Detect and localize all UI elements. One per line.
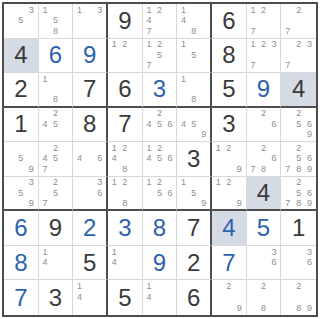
given-digit: 8 [212,39,246,73]
pencil-mark-1 [248,281,259,292]
pencil-mark-7 [178,198,188,208]
cell-r8c5[interactable]: 9 [143,246,178,281]
pencil-mark-6 [95,16,105,27]
pencil-marks: 14 [109,247,141,279]
cell-r4c5[interactable]: 2456 [143,108,178,143]
pencil-mark-6: 6 [95,154,105,165]
pencil-marks: 256789 [282,178,315,209]
pencil-mark-5: 5 [50,16,61,27]
cell-r2c8[interactable]: 1237 [247,39,282,74]
pencil-mark-9 [130,268,141,279]
pencil-mark-3 [165,5,176,16]
cell-r3c7[interactable]: 5 [212,73,247,108]
pencil-mark-6 [165,16,176,27]
pencil-mark-4 [248,292,259,303]
pencil-mark-5: 5 [16,154,27,165]
given-digit: 1 [281,211,316,245]
pencil-mark-3 [61,109,72,120]
pencil-mark-3 [199,109,209,120]
cell-r3c8[interactable]: 9 [247,73,282,108]
pencil-mark-5 [258,50,269,61]
pencil-mark-8: 8 [293,303,304,314]
pencil-mark-3 [61,143,72,154]
pencil-mark-3: 3 [95,178,105,188]
cell-r8c3[interactable]: 5 [73,246,108,281]
pencil-mark-1: 1 [109,247,120,258]
pencil-mark-6 [165,292,176,303]
pencil-mark-9 [130,164,141,175]
pencil-mark-7 [248,303,259,314]
cell-r1c6[interactable]: 148 [177,4,212,39]
cell-r4c9[interactable]: 2569 [281,108,316,143]
pencil-mark-4: 4 [109,257,120,268]
cell-r3c3[interactable]: 7 [73,73,108,108]
pencil-mark-7 [109,198,120,208]
pencil-mark-3: 3 [269,247,280,258]
pencil-mark-2: 2 [258,143,269,154]
given-digit: 7 [108,108,142,142]
cell-r8c9[interactable]: 36 [281,246,316,281]
pencil-mark-8: 8 [293,198,304,208]
pencil-mark-8 [50,268,61,279]
cell-r3c9[interactable]: 4 [281,73,316,108]
cell-r5c8[interactable]: 2678 [247,142,282,177]
pencil-mark-6: 6 [304,188,315,198]
cell-r8c2[interactable]: 14 [39,246,74,281]
pencil-mark-2 [189,74,199,84]
cell-r4c7[interactable]: 3 [212,108,247,143]
pencil-mark-9 [269,268,280,279]
cell-r9c2[interactable]: 3 [39,280,74,315]
pencil-mark-6: 6 [269,119,280,130]
pencil-mark-4: 4 [74,292,84,303]
pencil-mark-9 [269,164,280,175]
pencil-mark-7: 7 [282,164,293,175]
pencil-mark-1 [282,109,293,120]
cell-r5c5[interactable]: 12456 [143,142,178,177]
cell-r5c2[interactable]: 2457 [39,142,74,177]
pencil-mark-8 [120,61,131,72]
pencil-mark-9: 9 [26,164,37,175]
pencil-mark-4: 4 [40,119,51,130]
pencil-mark-3 [130,247,141,258]
solved-digit: 8 [4,246,38,280]
cell-r2c3[interactable]: 9 [73,39,108,74]
pencil-mark-6: 6 [269,154,280,165]
pencil-mark-8 [85,198,95,208]
pencil-mark-8 [50,130,61,141]
pencil-mark-4: 4 [178,119,188,130]
pencil-mark-4 [40,16,51,27]
pencil-mark-8 [85,303,95,314]
cell-r5c9[interactable]: 256789 [281,142,316,177]
pencil-mark-8 [224,164,235,175]
pencil-mark-1 [282,40,293,51]
pencil-mark-6: 6 [165,154,176,165]
pencil-mark-1: 1 [109,143,120,154]
pencil-mark-7 [282,303,293,314]
pencil-mark-5 [258,16,269,27]
pencil-mark-3: 3 [269,40,280,51]
cell-r1c2[interactable]: 158 [39,4,74,39]
pencil-mark-7 [282,130,293,141]
pencil-marks: 1247 [144,5,176,37]
cell-r5c3[interactable]: 46 [73,142,108,177]
cell-r9c7[interactable]: 29 [212,280,247,315]
cell-r6c2[interactable]: 257 [39,177,74,212]
given-digit: 4 [281,73,316,106]
pencil-mark-5 [258,257,269,268]
pencil-mark-6 [26,154,37,165]
pencil-mark-7: 7 [282,26,293,37]
pencil-mark-1: 1 [248,40,259,51]
pencil-mark-4 [144,188,155,198]
pencil-mark-6 [304,50,315,61]
pencil-mark-9 [304,61,315,72]
pencil-marks: 36 [248,247,280,279]
cell-r7c2[interactable]: 9 [39,211,74,246]
cell-r7c4[interactable]: 3 [108,211,143,246]
pencil-mark-3 [304,281,315,292]
cell-r2c5[interactable]: 1257 [143,39,178,74]
pencil-mark-2 [189,5,199,16]
pencil-mark-3 [165,281,176,292]
pencil-marks: 2456 [144,109,176,141]
cell-r4c6[interactable]: 459 [177,108,212,143]
pencil-mark-1 [74,143,84,154]
pencil-mark-9 [61,164,72,175]
pencil-marks: 36 [74,178,105,209]
cell-r2c7[interactable]: 8 [212,39,247,74]
pencil-mark-5: 5 [189,119,199,130]
pencil-mark-8 [258,26,269,37]
pencil-mark-7 [178,61,188,72]
pencil-mark-5: 5 [50,154,61,165]
pencil-mark-4 [248,119,259,130]
pencil-mark-1 [248,247,259,258]
cell-r8c8[interactable]: 36 [247,246,282,281]
pencil-mark-8 [154,26,165,37]
pencil-mark-2 [85,5,95,16]
pencil-mark-6: 6 [165,119,176,130]
cell-r3c2[interactable]: 18 [39,73,74,108]
pencil-mark-4 [5,154,16,165]
cell-r7c6[interactable]: 7 [177,211,212,246]
pencil-mark-3 [199,5,209,16]
cell-r1c8[interactable]: 127 [247,4,282,39]
pencil-mark-4 [213,154,224,165]
sudoku-board: 3515813912471486127274691212571581237237… [2,2,318,317]
cell-r9c3[interactable]: 14 [73,280,108,315]
pencil-mark-9 [61,198,72,208]
pencil-mark-9: 9 [199,198,209,208]
pencil-mark-5 [154,16,165,27]
pencil-mark-1: 1 [248,5,259,16]
pencil-mark-7 [144,198,155,208]
pencil-mark-5: 5 [16,16,27,27]
cell-r6c8[interactable]: 4 [247,177,282,212]
cell-r2c9[interactable]: 237 [281,39,316,74]
cell-r1c3[interactable]: 13 [73,4,108,39]
pencil-mark-2: 2 [154,109,165,120]
pencil-mark-3 [304,5,315,16]
solved-digit: 2 [73,211,106,245]
pencil-mark-9 [269,26,280,37]
cell-r3c6[interactable]: 18 [177,73,212,108]
pencil-mark-2 [120,247,131,258]
cell-r2c6[interactable]: 15 [177,39,212,74]
pencil-mark-4: 4 [144,154,155,165]
cell-r6c5[interactable]: 1256 [143,177,178,212]
pencil-mark-7 [144,164,155,175]
cell-r3c5[interactable]: 3 [143,73,178,108]
cell-r2c2[interactable]: 6 [39,39,74,74]
cell-r9c1[interactable]: 7 [4,280,39,315]
cell-r1c5[interactable]: 1247 [143,4,178,39]
pencil-mark-9: 9 [304,130,315,141]
pencil-mark-7 [178,130,188,141]
pencil-mark-5 [224,292,235,303]
pencil-mark-9 [199,26,209,37]
pencil-mark-8: 8 [50,94,61,104]
pencil-mark-8 [16,26,27,37]
pencil-marks: 15 [178,40,209,72]
pencil-marks: 12456 [144,143,176,175]
pencil-mark-7 [248,130,259,141]
pencil-mark-6 [234,154,245,165]
pencil-marks: 28 [248,281,280,314]
pencil-mark-6 [304,292,315,303]
pencil-marks: 1256 [144,178,176,209]
cell-r5c4[interactable]: 1248 [108,142,143,177]
given-digit: 1 [4,108,38,142]
cell-r7c1[interactable]: 6 [4,211,39,246]
solved-digit: 7 [212,246,246,280]
pencil-mark-2: 2 [293,178,304,188]
pencil-marks: 245 [40,109,72,141]
cell-r7c7[interactable]: 4 [212,211,247,246]
solved-digit: 9 [247,73,281,106]
solved-digit: 9 [143,246,177,280]
pencil-mark-2: 2 [120,178,131,188]
cell-r6c1[interactable]: 359 [4,177,39,212]
pencil-marks: 359 [5,178,37,209]
cell-r1c1[interactable]: 35 [4,4,39,39]
pencil-mark-2: 2 [293,109,304,120]
pencil-mark-3 [165,109,176,120]
pencil-mark-3 [165,143,176,154]
cell-r8c6[interactable]: 2 [177,246,212,281]
pencil-mark-3 [95,281,105,292]
pencil-mark-1 [248,143,259,154]
pencil-marks: 128 [109,178,141,209]
pencil-mark-8 [293,130,304,141]
given-digit: 5 [73,246,106,280]
pencil-mark-4 [213,292,224,303]
pencil-marks: 459 [178,109,209,141]
pencil-mark-7 [109,268,120,279]
pencil-mark-1: 1 [144,40,155,51]
pencil-mark-7: 7 [144,26,155,37]
pencil-mark-1: 1 [144,5,155,16]
pencil-mark-5 [258,154,269,165]
solved-digit: 6 [4,211,38,245]
cell-r7c8[interactable]: 5 [247,211,282,246]
pencil-mark-5 [258,119,269,130]
cell-r2c4[interactable]: 12 [108,39,143,74]
pencil-mark-4 [40,84,51,94]
pencil-mark-2: 2 [293,40,304,51]
pencil-mark-3 [61,74,72,84]
pencil-mark-2: 2 [120,143,131,154]
cell-r1c4[interactable]: 9 [108,4,143,39]
pencil-mark-8 [85,164,95,175]
cell-r7c5[interactable]: 8 [143,211,178,246]
pencil-mark-4: 4 [144,16,155,27]
pencil-mark-9: 9 [304,164,315,175]
cell-r6c7[interactable]: 129 [212,177,247,212]
given-digit: 2 [4,73,38,106]
pencil-marks: 26 [248,109,280,141]
pencil-mark-6 [61,154,72,165]
pencil-mark-5: 5 [50,119,61,130]
pencil-mark-3: 3 [26,178,37,188]
pencil-mark-9 [304,268,315,279]
pencil-mark-8 [85,26,95,37]
pencil-mark-8 [120,268,131,279]
pencil-mark-2: 2 [293,5,304,16]
pencil-mark-1: 1 [178,74,188,84]
pencil-mark-7 [40,130,51,141]
cell-r5c6[interactable]: 3 [177,142,212,177]
given-digit: 9 [108,4,142,38]
pencil-mark-6 [199,50,209,61]
cell-r7c3[interactable]: 2 [73,211,108,246]
pencil-mark-9 [165,303,176,314]
pencil-mark-7 [5,164,16,175]
cell-r9c8[interactable]: 28 [247,280,282,315]
pencil-mark-8 [16,164,27,175]
cell-r8c4[interactable]: 14 [108,246,143,281]
cell-r9c9[interactable]: 289 [281,280,316,315]
pencil-mark-9: 9 [234,164,245,175]
cell-r4c2[interactable]: 245 [39,108,74,143]
pencil-mark-3 [26,143,37,154]
cell-r6c6[interactable]: 159 [177,177,212,212]
pencil-mark-5: 5 [50,188,61,198]
pencil-mark-5 [224,154,235,165]
pencil-mark-1 [5,143,16,154]
cell-r4c8[interactable]: 26 [247,108,282,143]
pencil-mark-4: 4 [74,154,84,165]
pencil-mark-9 [165,164,176,175]
cell-r9c5[interactable]: 14 [143,280,178,315]
pencil-mark-5 [154,292,165,303]
pencil-mark-3: 3 [304,40,315,51]
pencil-mark-4: 4 [144,119,155,130]
pencil-mark-4 [213,188,224,198]
cell-r4c1[interactable]: 1 [4,108,39,143]
cell-r5c1[interactable]: 59 [4,142,39,177]
pencil-marks: 14 [144,281,176,314]
pencil-mark-2 [258,247,269,258]
pencil-marks: 29 [213,281,245,314]
pencil-mark-6 [95,292,105,303]
pencil-mark-5: 5 [189,50,199,61]
cell-r1c9[interactable]: 27 [281,4,316,39]
pencil-mark-2: 2 [50,178,61,188]
pencil-mark-4: 4 [109,154,120,165]
pencil-mark-9 [165,130,176,141]
pencil-mark-5 [293,16,304,27]
cell-r6c4[interactable]: 128 [108,177,143,212]
cell-r3c4[interactable]: 6 [108,73,143,108]
cell-r1c7[interactable]: 6 [212,4,247,39]
pencil-mark-1: 1 [144,143,155,154]
pencil-marks: 35 [5,5,37,37]
pencil-mark-1: 1 [74,5,84,16]
pencil-mark-9: 9 [304,198,315,208]
cell-r8c7[interactable]: 7 [212,246,247,281]
cell-r2c1[interactable]: 4 [4,39,39,74]
cell-r4c4[interactable]: 7 [108,108,143,143]
pencil-mark-7 [40,94,51,104]
cell-r9c4[interactable]: 5 [108,280,143,315]
pencil-marks: 1237 [248,40,280,72]
pencil-mark-5: 5 [293,154,304,165]
cell-r6c9[interactable]: 256789 [281,177,316,212]
cell-r7c9[interactable]: 1 [281,211,316,246]
cell-r3c1[interactable]: 2 [4,73,39,108]
cell-r5c7[interactable]: 129 [212,142,247,177]
pencil-marks: 27 [282,5,315,37]
pencil-mark-9 [95,198,105,208]
pencil-mark-9 [304,26,315,37]
pencil-mark-9 [61,94,72,104]
pencil-mark-6: 6 [304,119,315,130]
solved-digit: 8 [143,211,177,245]
given-digit: 7 [73,73,106,106]
pencil-mark-6 [269,50,280,61]
cell-r8c1[interactable]: 8 [4,246,39,281]
cell-r9c6[interactable]: 6 [177,280,212,315]
pencil-mark-6 [234,292,245,303]
given-digit: 6 [212,4,246,38]
pencil-mark-2 [154,281,165,292]
pencil-mark-5: 5 [154,154,165,165]
pencil-mark-3 [165,40,176,51]
pencil-mark-7 [248,268,259,279]
pencil-mark-3 [304,109,315,120]
pencil-mark-9 [130,61,141,72]
pencil-mark-9: 9 [26,198,37,208]
pencil-mark-2: 2 [258,5,269,16]
pencil-mark-1: 1 [40,247,51,258]
cell-r6c3[interactable]: 36 [73,177,108,212]
pencil-mark-4 [282,257,293,268]
pencil-mark-1: 1 [213,178,224,188]
pencil-mark-7 [74,164,84,175]
pencil-mark-6: 6 [269,257,280,268]
pencil-mark-4 [248,154,259,165]
pencil-mark-2 [50,247,61,258]
pencil-mark-6 [165,50,176,61]
solved-digit: 5 [247,211,281,245]
cell-r4c3[interactable]: 8 [73,108,108,143]
given-digit: 3 [212,108,246,142]
solved-digit: 4 [212,211,246,245]
pencil-mark-4 [178,188,188,198]
